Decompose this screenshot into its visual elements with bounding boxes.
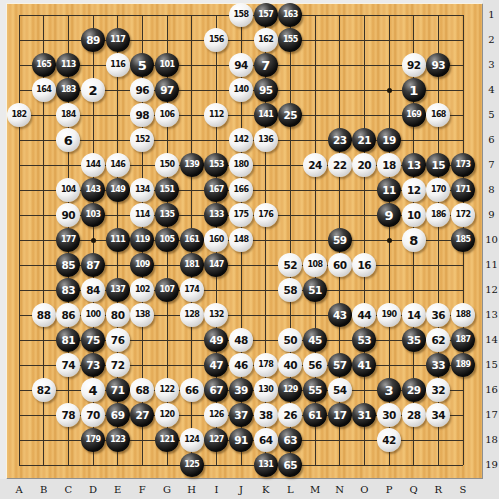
move-number: 126 bbox=[209, 411, 224, 419]
move-number: 28 bbox=[407, 410, 421, 421]
stone-white-J6[interactable]: 142 bbox=[229, 128, 253, 152]
move-number: 164 bbox=[36, 86, 51, 94]
move-number: 166 bbox=[234, 186, 249, 194]
move-number: 70 bbox=[86, 410, 100, 421]
move-number: 127 bbox=[209, 436, 224, 444]
move-number: 142 bbox=[234, 136, 249, 144]
stone-black-G9[interactable]: 135 bbox=[155, 203, 179, 227]
move-number: 2 bbox=[88, 84, 97, 97]
stone-white-K17[interactable]: 38 bbox=[254, 403, 278, 427]
stone-black-S10[interactable]: 185 bbox=[451, 228, 475, 252]
stone-white-J3[interactable]: 94 bbox=[229, 53, 253, 77]
row-label-16: 16 bbox=[484, 384, 499, 395]
stone-black-G8[interactable]: 151 bbox=[155, 178, 179, 202]
move-number: 135 bbox=[160, 211, 175, 219]
row-label-10: 10 bbox=[484, 234, 499, 245]
stone-white-J9[interactable]: 175 bbox=[229, 203, 253, 227]
move-number: 67 bbox=[210, 385, 224, 396]
move-number: 35 bbox=[407, 335, 421, 346]
move-number: 109 bbox=[135, 261, 150, 269]
move-number: 88 bbox=[37, 310, 51, 321]
stone-white-M7[interactable]: 24 bbox=[303, 153, 327, 177]
move-number: 45 bbox=[308, 335, 322, 346]
stone-white-K9[interactable]: 176 bbox=[254, 203, 278, 227]
stone-white-P7[interactable]: 18 bbox=[377, 153, 401, 177]
move-number: 134 bbox=[135, 186, 150, 194]
column-label-P: P bbox=[379, 484, 399, 495]
move-number: 165 bbox=[36, 61, 51, 69]
move-number: 173 bbox=[456, 161, 471, 169]
stone-black-H19[interactable]: 125 bbox=[180, 453, 204, 477]
move-number: 60 bbox=[333, 260, 347, 271]
stone-white-E13[interactable]: 80 bbox=[106, 303, 130, 327]
stone-black-J16[interactable]: 39 bbox=[229, 378, 253, 402]
move-number: 52 bbox=[284, 260, 298, 271]
move-number: 146 bbox=[110, 161, 125, 169]
stone-black-K3[interactable]: 7 bbox=[254, 53, 278, 77]
move-number: 140 bbox=[234, 86, 249, 94]
column-label-J: J bbox=[231, 484, 251, 495]
move-number: 30 bbox=[382, 410, 396, 421]
stone-white-E7[interactable]: 146 bbox=[106, 153, 130, 177]
move-number: 107 bbox=[160, 286, 175, 294]
stone-white-K15[interactable]: 178 bbox=[254, 353, 278, 377]
stone-white-N11[interactable]: 60 bbox=[328, 253, 352, 277]
move-number: 1 bbox=[409, 84, 418, 97]
stone-black-P8[interactable]: 11 bbox=[377, 178, 401, 202]
move-number: 105 bbox=[160, 236, 175, 244]
stone-white-D12[interactable]: 84 bbox=[81, 278, 105, 302]
move-number: 36 bbox=[432, 310, 446, 321]
stone-white-N7[interactable]: 22 bbox=[328, 153, 352, 177]
stone-white-N16[interactable]: 54 bbox=[328, 378, 352, 402]
row-label-1: 1 bbox=[484, 9, 499, 20]
move-number: 14 bbox=[407, 310, 421, 321]
move-number: 46 bbox=[234, 360, 248, 371]
stone-white-J14[interactable]: 48 bbox=[229, 328, 253, 352]
move-number: 186 bbox=[431, 211, 446, 219]
stone-black-P16[interactable]: 3 bbox=[377, 378, 401, 402]
move-number: 85 bbox=[62, 260, 76, 271]
move-number: 132 bbox=[209, 311, 224, 319]
move-number: 72 bbox=[111, 360, 125, 371]
move-number: 4 bbox=[88, 384, 97, 397]
stone-white-S9[interactable]: 172 bbox=[451, 203, 475, 227]
stone-black-N10[interactable]: 59 bbox=[328, 228, 352, 252]
stone-black-H11[interactable]: 181 bbox=[180, 253, 204, 277]
stone-black-E12[interactable]: 137 bbox=[106, 278, 130, 302]
stone-black-P9[interactable]: 9 bbox=[377, 203, 401, 227]
column-label-N: N bbox=[330, 484, 350, 495]
move-number: 102 bbox=[135, 286, 150, 294]
move-number: 179 bbox=[86, 436, 101, 444]
move-number: 133 bbox=[209, 211, 224, 219]
stone-white-E3[interactable]: 116 bbox=[106, 53, 130, 77]
move-number: 172 bbox=[456, 211, 471, 219]
move-number: 39 bbox=[234, 385, 248, 396]
move-number: 76 bbox=[111, 335, 125, 346]
move-number: 71 bbox=[111, 385, 125, 396]
move-number: 185 bbox=[456, 236, 471, 244]
move-number: 66 bbox=[185, 385, 199, 396]
move-number: 40 bbox=[284, 360, 298, 371]
move-number: 171 bbox=[456, 186, 471, 194]
stone-black-G12[interactable]: 107 bbox=[155, 278, 179, 302]
stone-black-Q4[interactable]: 1 bbox=[402, 78, 426, 102]
stone-black-D14[interactable]: 75 bbox=[81, 328, 105, 352]
stone-white-G17[interactable]: 120 bbox=[155, 403, 179, 427]
move-number: 42 bbox=[382, 435, 396, 446]
stone-black-E8[interactable]: 149 bbox=[106, 178, 130, 202]
move-number: 113 bbox=[61, 61, 76, 69]
move-number: 121 bbox=[160, 436, 175, 444]
move-number: 38 bbox=[259, 410, 273, 421]
move-number: 104 bbox=[61, 186, 76, 194]
stone-black-M16[interactable]: 55 bbox=[303, 378, 327, 402]
row-label-3: 3 bbox=[484, 59, 499, 70]
move-number: 86 bbox=[62, 310, 76, 321]
stone-white-Q13[interactable]: 14 bbox=[402, 303, 426, 327]
stone-black-K4[interactable]: 95 bbox=[254, 78, 278, 102]
stone-black-N6[interactable]: 23 bbox=[328, 128, 352, 152]
move-number: 21 bbox=[358, 135, 372, 146]
stone-white-Q10[interactable]: 8 bbox=[402, 228, 426, 252]
move-number: 187 bbox=[456, 336, 471, 344]
move-number: 19 bbox=[382, 135, 396, 146]
move-number: 106 bbox=[160, 111, 175, 119]
move-number: 183 bbox=[61, 86, 76, 94]
move-number: 47 bbox=[210, 360, 224, 371]
move-number: 151 bbox=[160, 186, 175, 194]
move-number: 138 bbox=[135, 311, 150, 319]
stone-black-D9[interactable]: 103 bbox=[81, 203, 105, 227]
stone-white-P17[interactable]: 30 bbox=[377, 403, 401, 427]
move-number: 69 bbox=[111, 410, 125, 421]
stone-white-H13[interactable]: 128 bbox=[180, 303, 204, 327]
move-number: 141 bbox=[258, 111, 273, 119]
column-label-K: K bbox=[256, 484, 276, 495]
move-number: 96 bbox=[136, 85, 150, 96]
stone-white-J15[interactable]: 46 bbox=[229, 353, 253, 377]
move-number: 125 bbox=[184, 461, 199, 469]
column-label-F: F bbox=[132, 484, 152, 495]
stone-white-P18[interactable]: 42 bbox=[377, 428, 401, 452]
move-number: 64 bbox=[259, 435, 273, 446]
move-number: 112 bbox=[209, 111, 224, 119]
row-label-11: 11 bbox=[484, 259, 499, 270]
column-label-G: G bbox=[157, 484, 177, 495]
move-number: 23 bbox=[333, 135, 347, 146]
stone-white-H12[interactable]: 174 bbox=[180, 278, 204, 302]
stone-white-J1[interactable]: 158 bbox=[229, 3, 253, 27]
move-number: 50 bbox=[284, 335, 298, 346]
move-number: 48 bbox=[234, 335, 248, 346]
stone-black-D11[interactable]: 87 bbox=[81, 253, 105, 277]
stone-black-S8[interactable]: 171 bbox=[451, 178, 475, 202]
stone-white-M11[interactable]: 108 bbox=[303, 253, 327, 277]
kifu-viewer: 1581571638911715616215516511311651019479… bbox=[0, 0, 499, 499]
column-label-B: B bbox=[34, 484, 54, 495]
move-number: 78 bbox=[62, 410, 76, 421]
row-label-9: 9 bbox=[484, 209, 499, 220]
move-number: 9 bbox=[385, 209, 394, 222]
stone-black-M12[interactable]: 51 bbox=[303, 278, 327, 302]
row-label-17: 17 bbox=[484, 409, 499, 420]
stone-white-H18[interactable]: 124 bbox=[180, 428, 204, 452]
move-number: 147 bbox=[209, 261, 224, 269]
move-number: 156 bbox=[209, 36, 224, 44]
move-number: 82 bbox=[37, 385, 51, 396]
stone-white-B13[interactable]: 88 bbox=[32, 303, 56, 327]
move-number: 43 bbox=[333, 310, 347, 321]
stone-white-G16[interactable]: 122 bbox=[155, 378, 179, 402]
move-number: 157 bbox=[258, 11, 273, 19]
stone-white-B16[interactable]: 82 bbox=[32, 378, 56, 402]
move-number: 122 bbox=[160, 386, 175, 394]
move-number: 63 bbox=[284, 435, 298, 446]
stone-black-Q14[interactable]: 35 bbox=[402, 328, 426, 352]
move-number: 91 bbox=[234, 435, 248, 446]
column-label-Q: Q bbox=[404, 484, 424, 495]
stone-white-Q8[interactable]: 12 bbox=[402, 178, 426, 202]
move-number: 7 bbox=[261, 59, 270, 72]
stone-black-H10[interactable]: 161 bbox=[180, 228, 204, 252]
stone-white-D17[interactable]: 70 bbox=[81, 403, 105, 427]
stone-white-J8[interactable]: 166 bbox=[229, 178, 253, 202]
move-number: 144 bbox=[86, 161, 101, 169]
move-number: 51 bbox=[308, 285, 322, 296]
move-number: 111 bbox=[110, 236, 125, 244]
move-number: 130 bbox=[258, 386, 273, 394]
move-number: 18 bbox=[382, 160, 396, 171]
stone-white-E14[interactable]: 76 bbox=[106, 328, 130, 352]
move-number: 12 bbox=[407, 185, 421, 196]
move-number: 84 bbox=[86, 285, 100, 296]
stone-white-M15[interactable]: 56 bbox=[303, 353, 327, 377]
stone-black-M14[interactable]: 45 bbox=[303, 328, 327, 352]
stone-black-S7[interactable]: 173 bbox=[451, 153, 475, 177]
stone-black-S15[interactable]: 189 bbox=[451, 353, 475, 377]
row-label-4: 4 bbox=[484, 84, 499, 95]
move-number: 83 bbox=[62, 285, 76, 296]
move-number: 81 bbox=[62, 335, 76, 346]
move-number: 123 bbox=[110, 436, 125, 444]
row-label-15: 15 bbox=[484, 359, 499, 370]
move-number: 62 bbox=[432, 335, 446, 346]
stone-black-M17[interactable]: 61 bbox=[303, 403, 327, 427]
stone-white-J7[interactable]: 180 bbox=[229, 153, 253, 177]
move-number: 55 bbox=[308, 385, 322, 396]
stone-white-Q3[interactable]: 92 bbox=[402, 53, 426, 77]
stone-black-N15[interactable]: 57 bbox=[328, 353, 352, 377]
stone-white-D4[interactable]: 2 bbox=[81, 78, 105, 102]
move-number: 10 bbox=[407, 210, 421, 221]
move-number: 41 bbox=[358, 360, 372, 371]
move-number: 20 bbox=[358, 160, 372, 171]
stone-black-D2[interactable]: 89 bbox=[81, 28, 105, 52]
column-label-C: C bbox=[58, 484, 78, 495]
column-label-L: L bbox=[280, 484, 300, 495]
move-number: 189 bbox=[456, 361, 471, 369]
move-number: 98 bbox=[136, 110, 150, 121]
stone-white-J4[interactable]: 140 bbox=[229, 78, 253, 102]
move-number: 27 bbox=[136, 410, 150, 421]
stone-white-Q17[interactable]: 28 bbox=[402, 403, 426, 427]
column-label-H: H bbox=[182, 484, 202, 495]
stone-white-J10[interactable]: 148 bbox=[229, 228, 253, 252]
move-number: 148 bbox=[234, 236, 249, 244]
move-number: 57 bbox=[333, 360, 347, 371]
stone-black-J17[interactable]: 37 bbox=[229, 403, 253, 427]
move-number: 89 bbox=[86, 35, 100, 46]
move-number: 68 bbox=[136, 385, 150, 396]
stone-white-A5[interactable]: 182 bbox=[7, 103, 31, 127]
grid-vline bbox=[364, 15, 365, 465]
move-number: 25 bbox=[284, 110, 298, 121]
move-number: 73 bbox=[86, 360, 100, 371]
move-number: 17 bbox=[333, 410, 347, 421]
stone-black-Q16[interactable]: 29 bbox=[402, 378, 426, 402]
stone-white-P13[interactable]: 190 bbox=[377, 303, 401, 327]
move-number: 119 bbox=[135, 236, 150, 244]
column-label-D: D bbox=[83, 484, 103, 495]
stone-black-K5[interactable]: 141 bbox=[254, 103, 278, 127]
stone-black-D18[interactable]: 179 bbox=[81, 428, 105, 452]
move-number: 31 bbox=[358, 410, 372, 421]
move-number: 176 bbox=[258, 211, 273, 219]
stone-white-G5[interactable]: 106 bbox=[155, 103, 179, 127]
move-number: 22 bbox=[333, 160, 347, 171]
stone-black-D8[interactable]: 143 bbox=[81, 178, 105, 202]
stone-black-H7[interactable]: 139 bbox=[180, 153, 204, 177]
stone-black-N17[interactable]: 17 bbox=[328, 403, 352, 427]
move-number: 170 bbox=[431, 186, 446, 194]
move-number: 8 bbox=[409, 234, 418, 247]
move-number: 61 bbox=[308, 410, 322, 421]
row-label-2: 2 bbox=[484, 34, 499, 45]
move-number: 153 bbox=[209, 161, 224, 169]
move-number: 11 bbox=[382, 185, 396, 196]
stone-white-D7[interactable]: 144 bbox=[81, 153, 105, 177]
move-number: 158 bbox=[234, 11, 249, 19]
star-point bbox=[387, 238, 392, 243]
move-number: 117 bbox=[110, 36, 125, 44]
move-number: 93 bbox=[432, 60, 446, 71]
move-number: 3 bbox=[385, 384, 394, 397]
move-number: 13 bbox=[407, 160, 421, 171]
row-label-7: 7 bbox=[484, 159, 499, 170]
row-label-12: 12 bbox=[484, 284, 499, 295]
stone-white-E15[interactable]: 72 bbox=[106, 353, 130, 377]
stone-black-N13[interactable]: 43 bbox=[328, 303, 352, 327]
stone-white-Q9[interactable]: 10 bbox=[402, 203, 426, 227]
row-label-18: 18 bbox=[484, 434, 499, 445]
move-number: 182 bbox=[12, 111, 27, 119]
move-number: 188 bbox=[456, 311, 471, 319]
move-number: 56 bbox=[308, 360, 322, 371]
stone-black-E16[interactable]: 71 bbox=[106, 378, 130, 402]
move-number: 174 bbox=[184, 286, 199, 294]
move-number: 15 bbox=[432, 160, 446, 171]
stone-white-D13[interactable]: 100 bbox=[81, 303, 105, 327]
move-number: 53 bbox=[358, 335, 372, 346]
stone-black-K1[interactable]: 157 bbox=[254, 3, 278, 27]
move-number: 34 bbox=[432, 410, 446, 421]
move-number: 143 bbox=[86, 186, 101, 194]
stone-black-E18[interactable]: 123 bbox=[106, 428, 130, 452]
move-number: 178 bbox=[258, 361, 273, 369]
row-label-8: 8 bbox=[484, 184, 499, 195]
move-number: 44 bbox=[358, 310, 372, 321]
stone-white-K18[interactable]: 64 bbox=[254, 428, 278, 452]
stone-white-S13[interactable]: 188 bbox=[451, 303, 475, 327]
star-point bbox=[387, 88, 392, 93]
stone-black-E10[interactable]: 111 bbox=[106, 228, 130, 252]
stone-white-K2[interactable]: 162 bbox=[254, 28, 278, 52]
move-number: 160 bbox=[209, 236, 224, 244]
move-number: 58 bbox=[284, 285, 298, 296]
stone-black-G18[interactable]: 121 bbox=[155, 428, 179, 452]
stone-white-H16[interactable]: 66 bbox=[180, 378, 204, 402]
move-number: 49 bbox=[210, 335, 224, 346]
stone-white-B4[interactable]: 164 bbox=[32, 78, 56, 102]
move-number: 128 bbox=[184, 311, 199, 319]
stone-black-B3[interactable]: 165 bbox=[32, 53, 56, 77]
stone-black-E2[interactable]: 117 bbox=[106, 28, 130, 52]
row-label-5: 5 bbox=[484, 109, 499, 120]
move-number: 101 bbox=[160, 61, 175, 69]
stone-white-G7[interactable]: 150 bbox=[155, 153, 179, 177]
move-number: 103 bbox=[86, 211, 101, 219]
move-number: 37 bbox=[234, 410, 248, 421]
move-number: 75 bbox=[86, 335, 100, 346]
stone-black-K19[interactable]: 131 bbox=[254, 453, 278, 477]
stone-black-G10[interactable]: 105 bbox=[155, 228, 179, 252]
move-number: 100 bbox=[86, 311, 101, 319]
move-number: 129 bbox=[283, 386, 298, 394]
move-number: 139 bbox=[184, 161, 199, 169]
stone-white-D16[interactable]: 4 bbox=[81, 378, 105, 402]
stone-black-G3[interactable]: 101 bbox=[155, 53, 179, 77]
stone-white-K16[interactable]: 130 bbox=[254, 378, 278, 402]
stone-black-P6[interactable]: 19 bbox=[377, 128, 401, 152]
star-point bbox=[91, 238, 96, 243]
stone-black-J18[interactable]: 91 bbox=[229, 428, 253, 452]
move-number: 167 bbox=[209, 186, 224, 194]
stone-black-S14[interactable]: 187 bbox=[451, 328, 475, 352]
move-number: 74 bbox=[62, 360, 76, 371]
move-number: 94 bbox=[234, 60, 248, 71]
row-label-19: 19 bbox=[484, 459, 499, 470]
stone-black-G4[interactable]: 97 bbox=[155, 78, 179, 102]
move-number: 33 bbox=[432, 360, 446, 371]
move-number: 152 bbox=[135, 136, 150, 144]
move-number: 163 bbox=[283, 11, 298, 19]
move-number: 90 bbox=[62, 210, 76, 221]
move-number: 114 bbox=[135, 211, 150, 219]
move-number: 80 bbox=[111, 310, 125, 321]
stone-black-E17[interactable]: 69 bbox=[106, 403, 130, 427]
move-number: 87 bbox=[86, 260, 100, 271]
stone-black-Q5[interactable]: 169 bbox=[402, 103, 426, 127]
move-number: 131 bbox=[258, 461, 273, 469]
stone-black-D15[interactable]: 73 bbox=[81, 353, 105, 377]
move-number: 32 bbox=[432, 385, 446, 396]
move-number: 24 bbox=[308, 160, 322, 171]
move-number: 59 bbox=[333, 235, 347, 246]
stone-white-K6[interactable]: 136 bbox=[254, 128, 278, 152]
stone-black-Q7[interactable]: 13 bbox=[402, 153, 426, 177]
